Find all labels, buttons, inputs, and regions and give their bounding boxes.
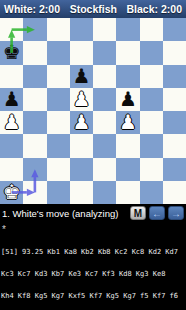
square-h7[interactable]	[163, 41, 186, 64]
square-h6[interactable]	[163, 65, 186, 88]
square-a6[interactable]	[0, 65, 23, 88]
square-e1[interactable]	[93, 181, 116, 204]
white-king: ♚	[0, 181, 23, 204]
pv-line: Kh4 Kf8 Kg5 Kg7 Kxf5 Kf7 Kg5 Kg7 f5 Kf7 …	[1, 293, 185, 300]
move-status-text: 1. White's move (analyzing)	[2, 208, 127, 219]
square-g7[interactable]	[140, 41, 163, 64]
square-e4[interactable]	[93, 111, 116, 134]
square-b7[interactable]	[23, 41, 46, 64]
square-e6[interactable]	[93, 65, 116, 88]
square-b3[interactable]	[23, 134, 46, 157]
white-pawn: ♟	[70, 88, 93, 111]
black-pawn: ♟	[70, 65, 93, 88]
engine-analysis-text: [51] 93.25 Kb1 Ka8 Kb2 Kb8 Kc2 Kc8 Kd2 K…	[0, 235, 186, 310]
square-g5[interactable]	[140, 88, 163, 111]
square-g6[interactable]	[140, 65, 163, 88]
square-d6[interactable]: ♟	[70, 65, 93, 88]
square-b2[interactable]	[23, 158, 46, 181]
next-move-button[interactable]: →	[168, 206, 184, 220]
square-a8[interactable]	[0, 18, 23, 41]
square-h5[interactable]	[163, 88, 186, 111]
square-e5[interactable]	[93, 88, 116, 111]
square-e8[interactable]	[93, 18, 116, 41]
square-h8[interactable]	[163, 18, 186, 41]
square-f4[interactable]: ♟	[116, 111, 139, 134]
square-h4[interactable]	[163, 111, 186, 134]
square-c8[interactable]	[47, 18, 70, 41]
square-b4[interactable]	[23, 111, 46, 134]
square-d7[interactable]	[70, 41, 93, 64]
black-pawn: ♟	[0, 88, 23, 111]
square-g3[interactable]	[140, 134, 163, 157]
droidfish-screen: White: 2:00 Stockfish Black: 2:00 ♚♟♟♟♟♟…	[0, 0, 186, 310]
white-clock: White: 2:00	[4, 3, 60, 15]
square-c2[interactable]	[47, 158, 70, 181]
square-d2[interactable]	[70, 158, 93, 181]
square-g4[interactable]	[140, 111, 163, 134]
white-pawn: ♟	[70, 111, 93, 134]
black-king: ♚	[0, 41, 23, 64]
move-list[interactable]: *	[0, 222, 186, 235]
square-d5[interactable]: ♟	[70, 88, 93, 111]
square-f6[interactable]	[116, 65, 139, 88]
square-g1[interactable]	[140, 181, 163, 204]
black-pawn: ♟	[116, 88, 139, 111]
square-d3[interactable]	[70, 134, 93, 157]
chess-board[interactable]: ♚♟♟♟♟♟♟♟♚	[0, 18, 186, 204]
square-f5[interactable]: ♟	[116, 88, 139, 111]
bottom-panel: * [51] 93.25 Kb1 Ka8 Kb2 Kb8 Kc2 Kc8 Kd2…	[0, 222, 186, 310]
white-pawn: ♟	[0, 111, 23, 134]
square-a1[interactable]: ♚	[0, 181, 23, 204]
title-bar: White: 2:00 Stockfish Black: 2:00	[0, 0, 186, 18]
square-a5[interactable]: ♟	[0, 88, 23, 111]
square-e2[interactable]	[93, 158, 116, 181]
square-f2[interactable]	[116, 158, 139, 181]
square-c7[interactable]	[47, 41, 70, 64]
engine-name: Stockfish	[70, 3, 117, 15]
square-a3[interactable]	[0, 134, 23, 157]
square-d1[interactable]	[70, 181, 93, 204]
square-c6[interactable]	[47, 65, 70, 88]
square-g8[interactable]	[140, 18, 163, 41]
square-e3[interactable]	[93, 134, 116, 157]
square-h2[interactable]	[163, 158, 186, 181]
square-d4[interactable]: ♟	[70, 111, 93, 134]
square-f8[interactable]	[116, 18, 139, 41]
square-c3[interactable]	[47, 134, 70, 157]
mode-button[interactable]: M	[130, 206, 146, 220]
pv-line: Kc3 Kc7 Kd3 Kb7 Ke3 Kc7 Kf3 Kd8 Kg3 Ke8	[1, 271, 185, 278]
board-grid[interactable]: ♚♟♟♟♟♟♟♟♚	[0, 18, 186, 204]
square-b6[interactable]	[23, 65, 46, 88]
square-f3[interactable]	[116, 134, 139, 157]
square-f1[interactable]	[116, 181, 139, 204]
square-b8[interactable]	[23, 18, 46, 41]
left-arrow-icon: ←	[152, 208, 162, 219]
square-h3[interactable]	[163, 134, 186, 157]
square-b1[interactable]	[23, 181, 46, 204]
square-a4[interactable]: ♟	[0, 111, 23, 134]
square-f7[interactable]	[116, 41, 139, 64]
square-b5[interactable]	[23, 88, 46, 111]
status-bar: 1. White's move (analyzing) M ← →	[0, 204, 186, 222]
square-a7[interactable]: ♚	[0, 41, 23, 64]
square-h1[interactable]	[163, 181, 186, 204]
white-pawn: ♟	[116, 111, 139, 134]
square-e7[interactable]	[93, 41, 116, 64]
square-a2[interactable]	[0, 158, 23, 181]
square-c5[interactable]	[47, 88, 70, 111]
square-c4[interactable]	[47, 111, 70, 134]
square-g2[interactable]	[140, 158, 163, 181]
pv-line: [51] 93.25 Kb1 Ka8 Kb2 Kb8 Kc2 Kc8 Kd2 K…	[1, 249, 185, 256]
right-arrow-icon: →	[171, 208, 181, 219]
square-d8[interactable]	[70, 18, 93, 41]
black-clock: Black: 2:00	[127, 3, 182, 15]
prev-move-button[interactable]: ←	[149, 206, 165, 220]
square-c1[interactable]	[47, 181, 70, 204]
